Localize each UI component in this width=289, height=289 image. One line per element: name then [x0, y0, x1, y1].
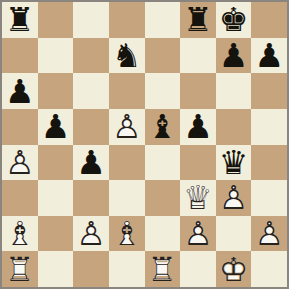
white-rook-piece[interactable]: ♜♖	[2, 251, 38, 287]
black-knight-piece[interactable]: ♞	[109, 38, 145, 74]
square-h5[interactable]	[251, 109, 287, 145]
pawn-glyph-fill: ♟	[2, 145, 38, 181]
square-d2[interactable]: ♝♗	[109, 216, 145, 252]
square-f3[interactable]: ♛♕	[180, 180, 216, 216]
square-a6[interactable]: ♟	[2, 73, 38, 109]
queen-glyph-fill: ♛	[216, 145, 252, 181]
queen-glyph-outline: ♕	[180, 180, 216, 216]
pawn-glyph-fill: ♟	[251, 216, 287, 252]
square-c4[interactable]: ♟	[73, 145, 109, 181]
square-h3[interactable]	[251, 180, 287, 216]
black-queen-piece[interactable]: ♛	[216, 145, 252, 181]
white-king-piece[interactable]: ♚♔	[216, 251, 252, 287]
square-e7[interactable]	[145, 38, 181, 74]
rook-glyph-outline: ♖	[145, 251, 181, 287]
pawn-glyph-fill: ♟	[180, 109, 216, 145]
square-e6[interactable]	[145, 73, 181, 109]
square-g2[interactable]	[216, 216, 252, 252]
square-e5[interactable]: ♝	[145, 109, 181, 145]
pawn-glyph-outline: ♙	[73, 216, 109, 252]
pawn-glyph-fill: ♟	[109, 109, 145, 145]
king-glyph-outline: ♔	[216, 251, 252, 287]
bishop-glyph-fill: ♝	[109, 216, 145, 252]
square-g6[interactable]	[216, 73, 252, 109]
pawn-glyph-outline: ♙	[180, 216, 216, 252]
square-d3[interactable]	[109, 180, 145, 216]
black-pawn-piece[interactable]: ♟	[73, 145, 109, 181]
square-a8[interactable]: ♜	[2, 2, 38, 38]
pawn-glyph-fill: ♟	[73, 216, 109, 252]
square-d1[interactable]	[109, 251, 145, 287]
square-e3[interactable]	[145, 180, 181, 216]
pawn-glyph-outline: ♙	[109, 109, 145, 145]
square-b4[interactable]	[38, 145, 74, 181]
white-pawn-piece[interactable]: ♟♙	[251, 216, 287, 252]
black-rook-piece[interactable]: ♜	[2, 2, 38, 38]
bishop-glyph-fill: ♝	[145, 109, 181, 145]
white-pawn-piece[interactable]: ♟♙	[180, 216, 216, 252]
square-e1[interactable]: ♜♖	[145, 251, 181, 287]
pawn-glyph-fill: ♟	[216, 180, 252, 216]
square-h2[interactable]: ♟♙	[251, 216, 287, 252]
white-pawn-piece[interactable]: ♟♙	[109, 109, 145, 145]
king-glyph-fill: ♚	[216, 2, 252, 38]
square-g4[interactable]: ♛	[216, 145, 252, 181]
square-a4[interactable]: ♟♙	[2, 145, 38, 181]
square-a3[interactable]	[2, 180, 38, 216]
square-e2[interactable]	[145, 216, 181, 252]
pawn-glyph-outline: ♙	[2, 145, 38, 181]
pawn-glyph-fill: ♟	[180, 216, 216, 252]
square-d8[interactable]	[109, 2, 145, 38]
square-d7[interactable]: ♞	[109, 38, 145, 74]
square-b1[interactable]	[38, 251, 74, 287]
square-g1[interactable]: ♚♔	[216, 251, 252, 287]
pawn-glyph-fill: ♟	[2, 73, 38, 109]
square-c5[interactable]	[73, 109, 109, 145]
black-pawn-piece[interactable]: ♟	[2, 73, 38, 109]
white-pawn-piece[interactable]: ♟♙	[216, 180, 252, 216]
square-c3[interactable]	[73, 180, 109, 216]
black-rook-piece[interactable]: ♜	[180, 2, 216, 38]
rook-glyph-fill: ♜	[2, 251, 38, 287]
white-rook-piece[interactable]: ♜♖	[145, 251, 181, 287]
square-f5[interactable]: ♟	[180, 109, 216, 145]
pawn-glyph-fill: ♟	[38, 109, 74, 145]
square-h7[interactable]: ♟	[251, 38, 287, 74]
king-glyph-fill: ♚	[216, 251, 252, 287]
rook-glyph-fill: ♜	[2, 2, 38, 38]
square-b5[interactable]: ♟	[38, 109, 74, 145]
square-g8[interactable]: ♚	[216, 2, 252, 38]
square-e8[interactable]	[145, 2, 181, 38]
square-c6[interactable]	[73, 73, 109, 109]
square-f4[interactable]	[180, 145, 216, 181]
rook-glyph-fill: ♜	[145, 251, 181, 287]
pawn-glyph-fill: ♟	[216, 38, 252, 74]
black-bishop-piece[interactable]: ♝	[145, 109, 181, 145]
pawn-glyph-fill: ♟	[251, 38, 287, 74]
square-e4[interactable]	[145, 145, 181, 181]
bishop-glyph-outline: ♗	[109, 216, 145, 252]
black-pawn-piece[interactable]: ♟	[180, 109, 216, 145]
square-c1[interactable]	[73, 251, 109, 287]
square-g3[interactable]: ♟♙	[216, 180, 252, 216]
square-b3[interactable]	[38, 180, 74, 216]
queen-glyph-fill: ♛	[180, 180, 216, 216]
square-h4[interactable]	[251, 145, 287, 181]
square-h1[interactable]	[251, 251, 287, 287]
square-b6[interactable]	[38, 73, 74, 109]
square-a5[interactable]	[2, 109, 38, 145]
chess-board: ♜♜♚♞♟♟♟♟♟♙♝♟♟♙♟♛♛♕♟♙♝♗♟♙♝♗♟♙♟♙♜♖♜♖♚♔	[0, 0, 289, 289]
knight-glyph-fill: ♞	[109, 38, 145, 74]
square-d6[interactable]	[109, 73, 145, 109]
white-pawn-piece[interactable]: ♟♙	[2, 145, 38, 181]
white-bishop-piece[interactable]: ♝♗	[109, 216, 145, 252]
rook-glyph-outline: ♖	[2, 251, 38, 287]
white-queen-piece[interactable]: ♛♕	[180, 180, 216, 216]
square-d5[interactable]: ♟♙	[109, 109, 145, 145]
square-f7[interactable]	[180, 38, 216, 74]
square-b8[interactable]	[38, 2, 74, 38]
square-h8[interactable]	[251, 2, 287, 38]
black-pawn-piece[interactable]: ♟	[38, 109, 74, 145]
square-b2[interactable]	[38, 216, 74, 252]
black-king-piece[interactable]: ♚	[216, 2, 252, 38]
square-b7[interactable]	[38, 38, 74, 74]
bishop-glyph-outline: ♗	[2, 216, 38, 252]
pawn-glyph-outline: ♙	[216, 180, 252, 216]
square-c8[interactable]	[73, 2, 109, 38]
black-pawn-piece[interactable]: ♟	[216, 38, 252, 74]
white-bishop-piece[interactable]: ♝♗	[2, 216, 38, 252]
square-c2[interactable]: ♟♙	[73, 216, 109, 252]
black-pawn-piece[interactable]: ♟	[251, 38, 287, 74]
square-c7[interactable]	[73, 38, 109, 74]
square-f1[interactable]	[180, 251, 216, 287]
square-g5[interactable]	[216, 109, 252, 145]
square-a1[interactable]: ♜♖	[2, 251, 38, 287]
square-f8[interactable]: ♜	[180, 2, 216, 38]
rook-glyph-fill: ♜	[180, 2, 216, 38]
square-g7[interactable]: ♟	[216, 38, 252, 74]
square-f2[interactable]: ♟♙	[180, 216, 216, 252]
square-a7[interactable]	[2, 38, 38, 74]
bishop-glyph-fill: ♝	[2, 216, 38, 252]
square-h6[interactable]	[251, 73, 287, 109]
square-a2[interactable]: ♝♗	[2, 216, 38, 252]
square-f6[interactable]	[180, 73, 216, 109]
pawn-glyph-outline: ♙	[251, 216, 287, 252]
white-pawn-piece[interactable]: ♟♙	[73, 216, 109, 252]
pawn-glyph-fill: ♟	[73, 145, 109, 181]
square-d4[interactable]	[109, 145, 145, 181]
